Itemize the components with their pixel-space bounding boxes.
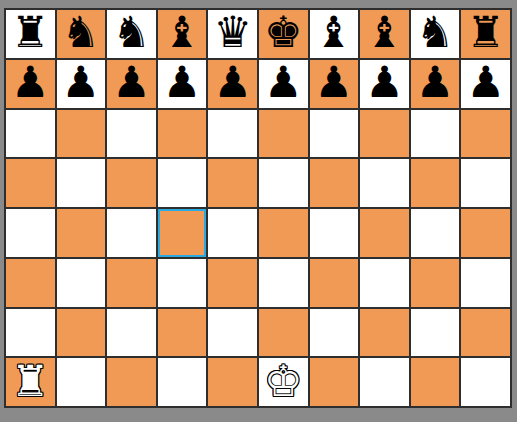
black-king-piece[interactable]: ♚ [264, 11, 303, 54]
black-pawn-piece[interactable]: ♟ [213, 61, 252, 104]
black-bishop-piece[interactable]: ♝ [315, 11, 354, 54]
square-d3[interactable] [158, 259, 207, 307]
square-a4[interactable] [6, 209, 55, 257]
square-e5[interactable] [208, 159, 257, 207]
square-d4-highlighted[interactable] [158, 209, 207, 257]
square-c5[interactable] [107, 159, 156, 207]
square-b3[interactable] [57, 259, 106, 307]
square-j3[interactable] [461, 259, 510, 307]
square-d8[interactable]: ♝ [158, 10, 207, 58]
chess-board: ♜♞♞♝♛♚♝♝♞♜♟♟♟♟♟♟♟♟♟♟♜♚ [4, 8, 512, 408]
square-e3[interactable] [208, 259, 257, 307]
square-e4[interactable] [208, 209, 257, 257]
black-pawn-piece[interactable]: ♟ [466, 61, 505, 104]
square-a1[interactable]: ♜ [6, 358, 55, 406]
black-pawn-piece[interactable]: ♟ [112, 61, 151, 104]
square-f7[interactable]: ♟ [259, 60, 308, 108]
square-h2[interactable] [360, 309, 409, 357]
black-rook-piece[interactable]: ♜ [11, 11, 50, 54]
square-h7[interactable]: ♟ [360, 60, 409, 108]
square-e6[interactable] [208, 110, 257, 158]
black-pawn-piece[interactable]: ♟ [163, 61, 202, 104]
square-b6[interactable] [57, 110, 106, 158]
black-pawn-piece[interactable]: ♟ [365, 61, 404, 104]
square-c4[interactable] [107, 209, 156, 257]
black-pawn-piece[interactable]: ♟ [416, 61, 455, 104]
square-b5[interactable] [57, 159, 106, 207]
square-g8[interactable]: ♝ [310, 10, 359, 58]
black-knight-piece[interactable]: ♞ [62, 11, 101, 54]
black-pawn-piece[interactable]: ♟ [315, 61, 354, 104]
square-b8[interactable]: ♞ [57, 10, 106, 58]
square-g4[interactable] [310, 209, 359, 257]
square-e1[interactable] [208, 358, 257, 406]
black-pawn-piece[interactable]: ♟ [11, 61, 50, 104]
square-g7[interactable]: ♟ [310, 60, 359, 108]
square-f1[interactable]: ♚ [259, 358, 308, 406]
white-king-piece[interactable]: ♚ [264, 360, 303, 403]
square-a3[interactable] [6, 259, 55, 307]
square-f2[interactable] [259, 309, 308, 357]
square-f5[interactable] [259, 159, 308, 207]
square-i1[interactable] [411, 358, 460, 406]
square-j5[interactable] [461, 159, 510, 207]
square-c8[interactable]: ♞ [107, 10, 156, 58]
square-b2[interactable] [57, 309, 106, 357]
white-rook-piece[interactable]: ♜ [11, 360, 50, 403]
square-h1[interactable] [360, 358, 409, 406]
square-h3[interactable] [360, 259, 409, 307]
square-g3[interactable] [310, 259, 359, 307]
square-c1[interactable] [107, 358, 156, 406]
square-f3[interactable] [259, 259, 308, 307]
square-g6[interactable] [310, 110, 359, 158]
square-g1[interactable] [310, 358, 359, 406]
square-g5[interactable] [310, 159, 359, 207]
square-i5[interactable] [411, 159, 460, 207]
square-j8[interactable]: ♜ [461, 10, 510, 58]
square-a7[interactable]: ♟ [6, 60, 55, 108]
black-bishop-piece[interactable]: ♝ [365, 11, 404, 54]
square-a5[interactable] [6, 159, 55, 207]
square-j6[interactable] [461, 110, 510, 158]
square-a6[interactable] [6, 110, 55, 158]
square-e8[interactable]: ♛ [208, 10, 257, 58]
square-b4[interactable] [57, 209, 106, 257]
square-f8[interactable]: ♚ [259, 10, 308, 58]
black-pawn-piece[interactable]: ♟ [62, 61, 101, 104]
black-bishop-piece[interactable]: ♝ [163, 11, 202, 54]
square-b1[interactable] [57, 358, 106, 406]
black-knight-piece[interactable]: ♞ [112, 11, 151, 54]
square-c6[interactable] [107, 110, 156, 158]
square-d5[interactable] [158, 159, 207, 207]
square-i7[interactable]: ♟ [411, 60, 460, 108]
square-i8[interactable]: ♞ [411, 10, 460, 58]
square-d1[interactable] [158, 358, 207, 406]
square-a8[interactable]: ♜ [6, 10, 55, 58]
black-knight-piece[interactable]: ♞ [416, 11, 455, 54]
square-i6[interactable] [411, 110, 460, 158]
square-h8[interactable]: ♝ [360, 10, 409, 58]
square-c7[interactable]: ♟ [107, 60, 156, 108]
square-i4[interactable] [411, 209, 460, 257]
square-j1[interactable] [461, 358, 510, 406]
square-e7[interactable]: ♟ [208, 60, 257, 108]
black-pawn-piece[interactable]: ♟ [264, 61, 303, 104]
square-f4[interactable] [259, 209, 308, 257]
square-j2[interactable] [461, 309, 510, 357]
square-i2[interactable] [411, 309, 460, 357]
square-i3[interactable] [411, 259, 460, 307]
square-d2[interactable] [158, 309, 207, 357]
board-frame: ♜♞♞♝♛♚♝♝♞♜♟♟♟♟♟♟♟♟♟♟♜♚ [0, 0, 517, 422]
square-h4[interactable] [360, 209, 409, 257]
black-rook-piece[interactable]: ♜ [466, 11, 505, 54]
square-h6[interactable] [360, 110, 409, 158]
black-queen-piece[interactable]: ♛ [213, 11, 252, 54]
square-c3[interactable] [107, 259, 156, 307]
square-j4[interactable] [461, 209, 510, 257]
square-d7[interactable]: ♟ [158, 60, 207, 108]
square-a2[interactable] [6, 309, 55, 357]
square-h5[interactable] [360, 159, 409, 207]
square-b7[interactable]: ♟ [57, 60, 106, 108]
square-g2[interactable] [310, 309, 359, 357]
square-f6[interactable] [259, 110, 308, 158]
square-d6[interactable] [158, 110, 207, 158]
square-c2[interactable] [107, 309, 156, 357]
square-j7[interactable]: ♟ [461, 60, 510, 108]
square-e2[interactable] [208, 309, 257, 357]
